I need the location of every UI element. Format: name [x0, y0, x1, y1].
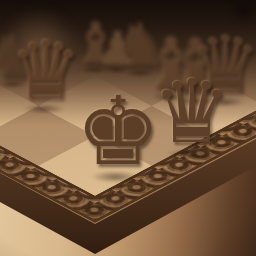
chess-piece-queen[interactable]: ♛ — [153, 68, 232, 156]
chess-piece-king[interactable]: ♚ — [75, 84, 160, 179]
chess-photo-scene: ♞♝♟♞♝♝♛♛♛♚ — [0, 0, 256, 256]
pieces-layer: ♞♝♟♞♝♝♛♛♛♚ — [0, 0, 256, 256]
chess-piece-queen[interactable]: ♛ — [10, 31, 82, 111]
